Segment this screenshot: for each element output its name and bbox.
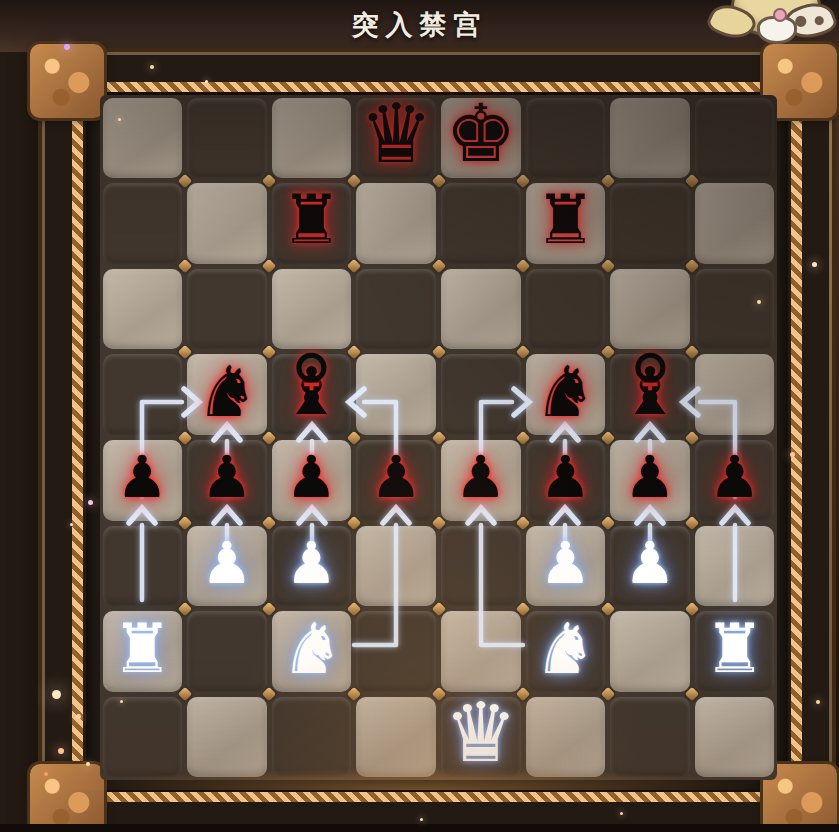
piece-black-knight-b5[interactable]: ♞ <box>196 356 259 426</box>
frame-corner-ornament <box>30 764 104 832</box>
square-c6[interactable] <box>272 269 352 350</box>
piece-black-pawn-d4[interactable]: ♟ <box>370 448 422 506</box>
square-b2[interactable] <box>187 611 267 692</box>
square-g7[interactable] <box>610 183 690 264</box>
piece-black-pawn-a4[interactable]: ♟ <box>116 448 168 506</box>
square-d3[interactable] <box>356 526 436 607</box>
square-e6[interactable] <box>441 269 521 350</box>
piece-white-pawn-b3[interactable]: ♟ <box>201 534 253 592</box>
square-b6[interactable] <box>187 269 267 350</box>
square-d5[interactable] <box>356 354 436 435</box>
piece-white-pawn-g3[interactable]: ♟ <box>624 534 676 592</box>
piece-black-bishop-g5[interactable]: ♝ <box>621 358 680 424</box>
square-f6[interactable] <box>526 269 606 350</box>
square-b1[interactable] <box>187 697 267 778</box>
square-a6[interactable] <box>103 269 183 350</box>
game-screen: { "app": { "title": "突入禁宫", "title_color… <box>0 0 839 832</box>
piece-white-rook-a2[interactable]: ♜ <box>112 614 173 682</box>
piece-black-pawn-b4[interactable]: ♟ <box>201 448 253 506</box>
avatar-ribbon <box>773 8 787 22</box>
square-g1[interactable] <box>610 697 690 778</box>
square-d1[interactable] <box>356 697 436 778</box>
piece-black-bishop-c5[interactable]: ♝ <box>282 358 341 424</box>
left-wall <box>0 52 42 832</box>
bishop-halo-icon <box>297 352 327 382</box>
event-character-avatar <box>707 0 839 44</box>
piece-black-pawn-e4[interactable]: ♟ <box>455 448 507 506</box>
piece-black-king-e8[interactable]: ♚ <box>445 94 517 174</box>
square-d2[interactable] <box>356 611 436 692</box>
piece-black-queen-d8[interactable]: ♛ <box>359 93 433 175</box>
piece-black-knight-f5[interactable]: ♞ <box>534 356 597 426</box>
piece-black-pawn-c4[interactable]: ♟ <box>286 448 338 506</box>
square-e7[interactable] <box>441 183 521 264</box>
square-d7[interactable] <box>356 183 436 264</box>
square-h6[interactable] <box>695 269 775 350</box>
square-e5[interactable] <box>441 354 521 435</box>
piece-white-rook-h2[interactable]: ♜ <box>704 614 765 682</box>
piece-white-knight-f2[interactable]: ♞ <box>534 613 597 683</box>
square-h1[interactable] <box>695 697 775 778</box>
square-c8[interactable] <box>272 98 352 179</box>
frame-corner-ornament <box>30 44 104 118</box>
piece-white-pawn-c3[interactable]: ♟ <box>286 534 338 592</box>
square-b7[interactable] <box>187 183 267 264</box>
piece-black-rook-f7[interactable]: ♜ <box>535 186 596 254</box>
piece-black-rook-c7[interactable]: ♜ <box>281 186 342 254</box>
square-h7[interactable] <box>695 183 775 264</box>
piece-white-queen-e1[interactable]: ♛ <box>444 692 518 774</box>
piece-white-pawn-f3[interactable]: ♟ <box>539 534 591 592</box>
square-h5[interactable] <box>695 354 775 435</box>
chess-board: ♛♚♜♜♞♝♞♝♟♟♟♟♟♟♟♟♟♟♟♟♜♞♞♜♛ <box>100 95 777 780</box>
piece-black-pawn-h4[interactable]: ♟ <box>709 448 761 506</box>
square-f8[interactable] <box>526 98 606 179</box>
square-d6[interactable] <box>356 269 436 350</box>
square-h3[interactable] <box>695 526 775 607</box>
piece-black-pawn-f4[interactable]: ♟ <box>539 448 591 506</box>
square-e2[interactable] <box>441 611 521 692</box>
bishop-halo-icon <box>635 352 665 382</box>
square-b8[interactable] <box>187 98 267 179</box>
square-a7[interactable] <box>103 183 183 264</box>
square-e3[interactable] <box>441 526 521 607</box>
square-a8[interactable] <box>103 98 183 179</box>
piece-white-knight-c2[interactable]: ♞ <box>280 613 343 683</box>
square-g8[interactable] <box>610 98 690 179</box>
square-a5[interactable] <box>103 354 183 435</box>
square-g2[interactable] <box>610 611 690 692</box>
square-h8[interactable] <box>695 98 775 179</box>
square-f1[interactable] <box>526 697 606 778</box>
piece-black-pawn-g4[interactable]: ♟ <box>624 448 676 506</box>
square-g6[interactable] <box>610 269 690 350</box>
square-a1[interactable] <box>103 697 183 778</box>
square-a3[interactable] <box>103 526 183 607</box>
square-c1[interactable] <box>272 697 352 778</box>
bottom-edge <box>0 824 839 832</box>
